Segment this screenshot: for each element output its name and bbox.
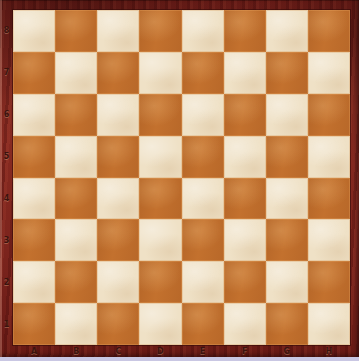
square-f5[interactable] bbox=[224, 136, 266, 178]
square-d4[interactable] bbox=[139, 178, 181, 220]
square-e5[interactable] bbox=[182, 136, 224, 178]
square-c5[interactable] bbox=[97, 136, 139, 178]
square-h2[interactable] bbox=[308, 261, 350, 303]
rank-label-7: 7 bbox=[0, 52, 13, 94]
square-c7[interactable] bbox=[97, 52, 139, 94]
square-g6[interactable] bbox=[266, 94, 308, 136]
square-d5[interactable] bbox=[139, 136, 181, 178]
square-a2[interactable] bbox=[13, 261, 55, 303]
square-b3[interactable] bbox=[55, 219, 97, 261]
rank-label-6: 6 bbox=[0, 94, 13, 136]
square-g3[interactable] bbox=[266, 219, 308, 261]
square-a3[interactable] bbox=[13, 219, 55, 261]
square-h6[interactable] bbox=[308, 94, 350, 136]
square-d8[interactable] bbox=[139, 10, 181, 52]
square-h5[interactable] bbox=[308, 136, 350, 178]
square-c2[interactable] bbox=[97, 261, 139, 303]
square-a8[interactable] bbox=[13, 10, 55, 52]
square-f4[interactable] bbox=[224, 178, 266, 220]
file-label-e: E bbox=[182, 345, 224, 357]
square-d1[interactable] bbox=[139, 303, 181, 345]
square-h1[interactable] bbox=[308, 303, 350, 345]
square-d6[interactable] bbox=[139, 94, 181, 136]
square-g2[interactable] bbox=[266, 261, 308, 303]
square-a7[interactable] bbox=[13, 52, 55, 94]
square-f7[interactable] bbox=[224, 52, 266, 94]
square-d3[interactable] bbox=[139, 219, 181, 261]
chessboard-widget: 87654321 ABCDEFGH bbox=[0, 0, 359, 361]
square-c3[interactable] bbox=[97, 219, 139, 261]
square-e7[interactable] bbox=[182, 52, 224, 94]
square-a1[interactable] bbox=[13, 303, 55, 345]
rank-label-2: 2 bbox=[0, 261, 13, 303]
square-c1[interactable] bbox=[97, 303, 139, 345]
rank-label-1: 1 bbox=[0, 303, 13, 345]
square-f1[interactable] bbox=[224, 303, 266, 345]
square-e4[interactable] bbox=[182, 178, 224, 220]
square-c6[interactable] bbox=[97, 94, 139, 136]
file-label-b: B bbox=[55, 345, 97, 357]
square-b6[interactable] bbox=[55, 94, 97, 136]
file-label-h: H bbox=[308, 345, 350, 357]
rank-label-4: 4 bbox=[0, 178, 13, 220]
file-label-f: F bbox=[224, 345, 266, 357]
square-f3[interactable] bbox=[224, 219, 266, 261]
square-c4[interactable] bbox=[97, 178, 139, 220]
square-a5[interactable] bbox=[13, 136, 55, 178]
square-g4[interactable] bbox=[266, 178, 308, 220]
square-g1[interactable] bbox=[266, 303, 308, 345]
square-b8[interactable] bbox=[55, 10, 97, 52]
square-e3[interactable] bbox=[182, 219, 224, 261]
square-f2[interactable] bbox=[224, 261, 266, 303]
rank-labels: 87654321 bbox=[0, 10, 13, 345]
square-e6[interactable] bbox=[182, 94, 224, 136]
square-c8[interactable] bbox=[97, 10, 139, 52]
square-h8[interactable] bbox=[308, 10, 350, 52]
rank-label-8: 8 bbox=[0, 10, 13, 52]
square-b1[interactable] bbox=[55, 303, 97, 345]
square-h4[interactable] bbox=[308, 178, 350, 220]
rank-label-3: 3 bbox=[0, 219, 13, 261]
square-a6[interactable] bbox=[13, 94, 55, 136]
square-b2[interactable] bbox=[55, 261, 97, 303]
square-h3[interactable] bbox=[308, 219, 350, 261]
board-frame: 87654321 ABCDEFGH bbox=[0, 0, 359, 357]
rank-label-5: 5 bbox=[0, 136, 13, 178]
square-b4[interactable] bbox=[55, 178, 97, 220]
chess-board[interactable] bbox=[13, 10, 350, 345]
square-f6[interactable] bbox=[224, 94, 266, 136]
file-label-d: D bbox=[139, 345, 181, 357]
file-labels: ABCDEFGH bbox=[13, 345, 350, 357]
square-f8[interactable] bbox=[224, 10, 266, 52]
square-a4[interactable] bbox=[13, 178, 55, 220]
square-b7[interactable] bbox=[55, 52, 97, 94]
square-g8[interactable] bbox=[266, 10, 308, 52]
square-g7[interactable] bbox=[266, 52, 308, 94]
file-label-g: G bbox=[266, 345, 308, 357]
file-label-a: A bbox=[13, 345, 55, 357]
square-e8[interactable] bbox=[182, 10, 224, 52]
square-h7[interactable] bbox=[308, 52, 350, 94]
file-label-c: C bbox=[97, 345, 139, 357]
square-e1[interactable] bbox=[182, 303, 224, 345]
square-g5[interactable] bbox=[266, 136, 308, 178]
square-d2[interactable] bbox=[139, 261, 181, 303]
square-e2[interactable] bbox=[182, 261, 224, 303]
square-d7[interactable] bbox=[139, 52, 181, 94]
square-b5[interactable] bbox=[55, 136, 97, 178]
